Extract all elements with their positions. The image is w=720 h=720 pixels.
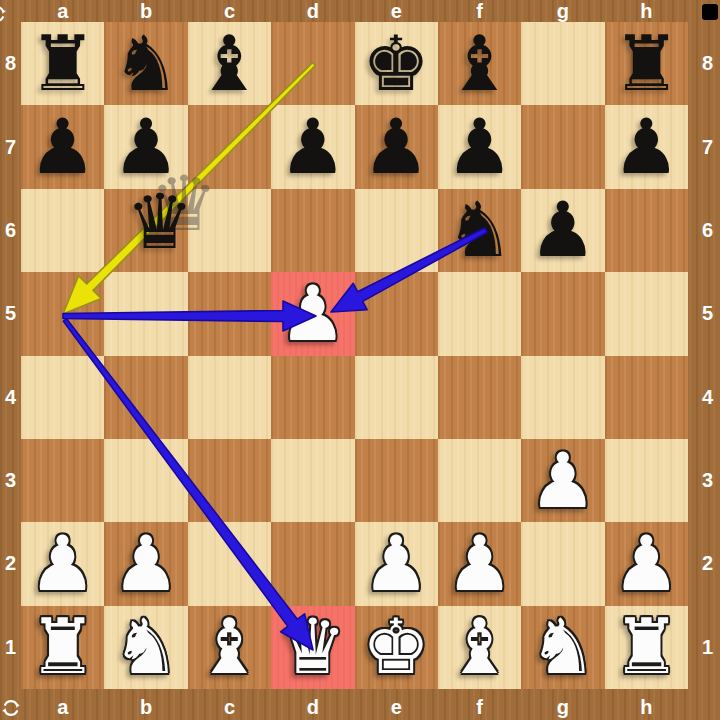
square-b4[interactable] — [104, 356, 187, 439]
file-label-top-h: h — [605, 0, 688, 22]
square-e5[interactable] — [355, 272, 438, 355]
rank-label-left-2: 2 — [0, 522, 21, 605]
square-c5[interactable] — [188, 272, 271, 355]
square-c6[interactable] — [188, 189, 271, 272]
square-e4[interactable] — [355, 356, 438, 439]
rank-label-left-5: 5 — [0, 272, 21, 355]
square-h7[interactable]: ♟ — [605, 105, 688, 188]
white-pawn-h2[interactable]: ♟ — [605, 522, 688, 605]
flip-board-icon[interactable] — [2, 699, 20, 717]
square-b5[interactable] — [104, 272, 187, 355]
black-pawn-a7[interactable]: ♟ — [21, 105, 104, 188]
square-e6[interactable] — [355, 189, 438, 272]
square-e2[interactable]: ♟ — [355, 522, 438, 605]
square-g8[interactable] — [521, 22, 604, 105]
square-h8[interactable]: ♜ — [605, 22, 688, 105]
square-e7[interactable]: ♟ — [355, 105, 438, 188]
file-label-bottom-h: h — [605, 694, 688, 720]
square-f1[interactable]: ♝ — [438, 606, 521, 689]
square-c7[interactable] — [188, 105, 271, 188]
square-c3[interactable] — [188, 439, 271, 522]
square-c2[interactable] — [188, 522, 271, 605]
white-rook-h1[interactable]: ♜ — [605, 606, 688, 689]
black-square-overlay — [702, 4, 718, 20]
square-e3[interactable] — [355, 439, 438, 522]
file-label-bottom-b: b — [104, 694, 187, 720]
rank-label-right-1: 1 — [695, 606, 720, 689]
square-f5[interactable] — [438, 272, 521, 355]
square-g7[interactable] — [521, 105, 604, 188]
rank-label-right-7: 7 — [695, 105, 720, 188]
file-label-top-c: c — [188, 0, 271, 22]
black-pawn-e7[interactable]: ♟ — [355, 105, 438, 188]
square-g4[interactable] — [521, 356, 604, 439]
white-knight-g1[interactable]: ♞ — [521, 606, 604, 689]
square-a7[interactable]: ♟ — [21, 105, 104, 188]
chess-board: ♜♞♝♚♝♜♟♟♟♟♟♟♞♟♟♟♟♟♟♟♟♜♞♝♛♚♝♞♜ — [21, 22, 688, 689]
black-rook-a8[interactable]: ♜ — [21, 22, 104, 105]
white-bishop-f1[interactable]: ♝ — [438, 606, 521, 689]
rank-label-right-3: 3 — [695, 439, 720, 522]
white-pawn-b2[interactable]: ♟ — [104, 522, 187, 605]
black-bishop-c8[interactable]: ♝ — [188, 22, 271, 105]
square-f7[interactable]: ♟ — [438, 105, 521, 188]
rank-label-right-2: 2 — [695, 522, 720, 605]
black-pawn-d7[interactable]: ♟ — [271, 105, 354, 188]
rank-label-right-5: 5 — [695, 272, 720, 355]
white-pawn-f2[interactable]: ♟ — [438, 522, 521, 605]
file-label-bottom-e: e — [355, 694, 438, 720]
file-label-top-g: g — [521, 0, 604, 22]
square-g3[interactable]: ♟ — [521, 439, 604, 522]
square-a2[interactable]: ♟ — [21, 522, 104, 605]
black-rook-h8[interactable]: ♜ — [605, 22, 688, 105]
black-pawn-f7[interactable]: ♟ — [438, 105, 521, 188]
file-label-top-e: e — [355, 0, 438, 22]
square-a1[interactable]: ♜ — [21, 606, 104, 689]
white-pawn-d5[interactable]: ♟ — [271, 272, 354, 355]
square-f8[interactable]: ♝ — [438, 22, 521, 105]
square-d5[interactable]: ♟ — [271, 272, 354, 355]
square-h1[interactable]: ♜ — [605, 606, 688, 689]
square-b7[interactable]: ♟ — [104, 105, 187, 188]
square-d6[interactable] — [271, 189, 354, 272]
rank-label-left-6: 6 — [0, 189, 21, 272]
black-king-e8[interactable]: ♚ — [355, 22, 438, 105]
black-pawn-g6[interactable]: ♟ — [521, 189, 604, 272]
file-label-bottom-d: d — [271, 694, 354, 720]
black-knight-b8[interactable]: ♞ — [104, 22, 187, 105]
square-f2[interactable]: ♟ — [438, 522, 521, 605]
file-label-top-b: b — [104, 0, 187, 22]
square-b3[interactable] — [104, 439, 187, 522]
square-b8[interactable]: ♞ — [104, 22, 187, 105]
square-g2[interactable] — [521, 522, 604, 605]
square-h2[interactable]: ♟ — [605, 522, 688, 605]
square-a5[interactable] — [21, 272, 104, 355]
rank-label-right-4: 4 — [695, 356, 720, 439]
square-a4[interactable] — [21, 356, 104, 439]
white-bishop-c1[interactable]: ♝ — [188, 606, 271, 689]
square-c1[interactable]: ♝ — [188, 606, 271, 689]
rank-label-left-4: 4 — [0, 356, 21, 439]
square-a8[interactable]: ♜ — [21, 22, 104, 105]
square-h6[interactable] — [605, 189, 688, 272]
square-c8[interactable]: ♝ — [188, 22, 271, 105]
file-label-bottom-c: c — [188, 694, 271, 720]
square-d4[interactable] — [271, 356, 354, 439]
square-g1[interactable]: ♞ — [521, 606, 604, 689]
square-f3[interactable] — [438, 439, 521, 522]
square-d7[interactable]: ♟ — [271, 105, 354, 188]
square-b2[interactable]: ♟ — [104, 522, 187, 605]
square-d3[interactable] — [271, 439, 354, 522]
square-b6[interactable] — [104, 189, 187, 272]
white-knight-b1[interactable]: ♞ — [104, 606, 187, 689]
black-pawn-b7[interactable]: ♟ — [104, 105, 187, 188]
square-b1[interactable]: ♞ — [104, 606, 187, 689]
rank-label-right-8: 8 — [695, 22, 720, 105]
file-label-top-a: a — [21, 0, 104, 22]
file-label-top-d: d — [271, 0, 354, 22]
white-rook-a1[interactable]: ♜ — [21, 606, 104, 689]
file-label-top-f: f — [438, 0, 521, 22]
rank-label-left-3: 3 — [0, 439, 21, 522]
square-h5[interactable] — [605, 272, 688, 355]
white-queen-d1[interactable]: ♛ — [271, 606, 354, 689]
square-g6[interactable]: ♟ — [521, 189, 604, 272]
file-label-bottom-f: f — [438, 694, 521, 720]
square-a3[interactable] — [21, 439, 104, 522]
square-e8[interactable]: ♚ — [355, 22, 438, 105]
black-pawn-h7[interactable]: ♟ — [605, 105, 688, 188]
rank-label-left-7: 7 — [0, 105, 21, 188]
square-g5[interactable] — [521, 272, 604, 355]
rank-label-right-6: 6 — [695, 189, 720, 272]
white-pawn-e2[interactable]: ♟ — [355, 522, 438, 605]
square-h4[interactable] — [605, 356, 688, 439]
rank-label-left-1: 1 — [0, 606, 21, 689]
file-label-bottom-g: g — [521, 694, 604, 720]
white-pawn-g3[interactable]: ♟ — [521, 439, 604, 522]
white-pawn-a2[interactable]: ♟ — [21, 522, 104, 605]
square-f6[interactable]: ♞ — [438, 189, 521, 272]
chess-board-screenshot: ♜♞♝♚♝♜♟♟♟♟♟♟♞♟♟♟♟♟♟♟♟♜♞♝♛♚♝♞♜ ♛ ♛ aabbcc… — [0, 0, 720, 720]
square-f4[interactable] — [438, 356, 521, 439]
square-d1[interactable]: ♛ — [271, 606, 354, 689]
square-h3[interactable] — [605, 439, 688, 522]
black-knight-f6[interactable]: ♞ — [438, 189, 521, 272]
black-bishop-f8[interactable]: ♝ — [438, 22, 521, 105]
square-a6[interactable] — [21, 189, 104, 272]
rank-label-left-8: 8 — [0, 22, 21, 105]
white-king-e1[interactable]: ♚ — [355, 606, 438, 689]
square-c4[interactable] — [188, 356, 271, 439]
square-d2[interactable] — [271, 522, 354, 605]
square-d8[interactable] — [271, 22, 354, 105]
file-label-bottom-a: a — [21, 694, 104, 720]
flip-board-icon-partial — [0, 5, 6, 23]
square-e1[interactable]: ♚ — [355, 606, 438, 689]
